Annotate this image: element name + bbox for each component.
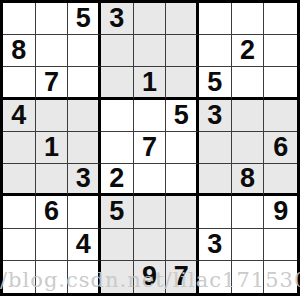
cell-r9c5[interactable]: 9: [134, 261, 167, 293]
cell-r9c7[interactable]: [199, 261, 232, 293]
cell-r5c4[interactable]: [101, 132, 134, 164]
cell-r5c5[interactable]: 7: [134, 132, 167, 164]
cell-r9c2[interactable]: [36, 261, 69, 293]
cell-r8c7[interactable]: 3: [199, 229, 232, 261]
cell-r4c6[interactable]: 5: [166, 100, 199, 132]
cell-r9c9[interactable]: [264, 261, 297, 293]
cell-r8c3[interactable]: 4: [68, 229, 101, 261]
cell-r9c8[interactable]: [232, 261, 265, 293]
cell-r4c5[interactable]: [134, 100, 167, 132]
cell-r1c4[interactable]: 3: [101, 3, 134, 35]
cell-r4c7[interactable]: 3: [199, 100, 232, 132]
cell-r6c1[interactable]: [3, 164, 36, 196]
cell-r7c3[interactable]: [68, 196, 101, 228]
cell-r2c7[interactable]: [199, 35, 232, 67]
cell-r6c7[interactable]: [199, 164, 232, 196]
cell-r2c1[interactable]: 8: [3, 35, 36, 67]
cell-r7c8[interactable]: [232, 196, 265, 228]
cell-r3c4[interactable]: [101, 67, 134, 99]
cell-r8c6[interactable]: [166, 229, 199, 261]
cell-r3c5[interactable]: 1: [134, 67, 167, 99]
cell-r2c4[interactable]: [101, 35, 134, 67]
cell-r9c6[interactable]: 7: [166, 261, 199, 293]
cell-r5c6[interactable]: [166, 132, 199, 164]
sudoku-screenshot: 53827154531763286594397 /blog.csdn.net/l…: [0, 0, 300, 296]
cell-r5c9[interactable]: 6: [264, 132, 297, 164]
cell-r8c2[interactable]: [36, 229, 69, 261]
cell-r4c2[interactable]: [36, 100, 69, 132]
cell-r8c8[interactable]: [232, 229, 265, 261]
cell-r8c5[interactable]: [134, 229, 167, 261]
cell-r4c4[interactable]: [101, 100, 134, 132]
cell-r8c9[interactable]: [264, 229, 297, 261]
cell-r5c7[interactable]: [199, 132, 232, 164]
cell-r1c8[interactable]: [232, 3, 265, 35]
cell-r2c2[interactable]: [36, 35, 69, 67]
cell-r1c6[interactable]: [166, 3, 199, 35]
cell-r2c5[interactable]: [134, 35, 167, 67]
cell-r8c4[interactable]: [101, 229, 134, 261]
cell-r1c3[interactable]: 5: [68, 3, 101, 35]
cell-r9c3[interactable]: [68, 261, 101, 293]
cell-r6c2[interactable]: [36, 164, 69, 196]
cell-r6c5[interactable]: [134, 164, 167, 196]
cell-r8c1[interactable]: [3, 229, 36, 261]
cell-r4c1[interactable]: 4: [3, 100, 36, 132]
cell-r1c2[interactable]: [36, 3, 69, 35]
cell-r9c4[interactable]: [101, 261, 134, 293]
cell-r3c3[interactable]: [68, 67, 101, 99]
cell-r3c9[interactable]: [264, 67, 297, 99]
cell-r1c7[interactable]: [199, 3, 232, 35]
cell-r1c9[interactable]: [264, 3, 297, 35]
cell-r6c3[interactable]: 3: [68, 164, 101, 196]
cell-r7c4[interactable]: 5: [101, 196, 134, 228]
cell-r7c7[interactable]: [199, 196, 232, 228]
cell-r7c2[interactable]: 6: [36, 196, 69, 228]
cell-r2c8[interactable]: 2: [232, 35, 265, 67]
cell-r6c6[interactable]: [166, 164, 199, 196]
cell-r6c8[interactable]: 8: [232, 164, 265, 196]
cell-r4c9[interactable]: [264, 100, 297, 132]
cell-r2c9[interactable]: [264, 35, 297, 67]
cell-r3c2[interactable]: 7: [36, 67, 69, 99]
cell-r5c1[interactable]: [3, 132, 36, 164]
cell-r4c8[interactable]: [232, 100, 265, 132]
cell-r3c6[interactable]: [166, 67, 199, 99]
cell-r1c5[interactable]: [134, 3, 167, 35]
cell-r1c1[interactable]: [3, 3, 36, 35]
cell-r7c1[interactable]: [3, 196, 36, 228]
cell-r4c3[interactable]: [68, 100, 101, 132]
cell-r7c9[interactable]: 9: [264, 196, 297, 228]
cell-r5c2[interactable]: 1: [36, 132, 69, 164]
cell-r7c5[interactable]: [134, 196, 167, 228]
cell-r2c6[interactable]: [166, 35, 199, 67]
cell-r3c1[interactable]: [3, 67, 36, 99]
cell-r5c3[interactable]: [68, 132, 101, 164]
cell-r3c8[interactable]: [232, 67, 265, 99]
cell-r3c7[interactable]: 5: [199, 67, 232, 99]
sudoku-board: 53827154531763286594397: [0, 0, 300, 296]
cell-r5c8[interactable]: [232, 132, 265, 164]
cell-r2c3[interactable]: [68, 35, 101, 67]
cell-r7c6[interactable]: [166, 196, 199, 228]
cell-r6c4[interactable]: 2: [101, 164, 134, 196]
cell-r6c9[interactable]: [264, 164, 297, 196]
cell-r9c1[interactable]: [3, 261, 36, 293]
